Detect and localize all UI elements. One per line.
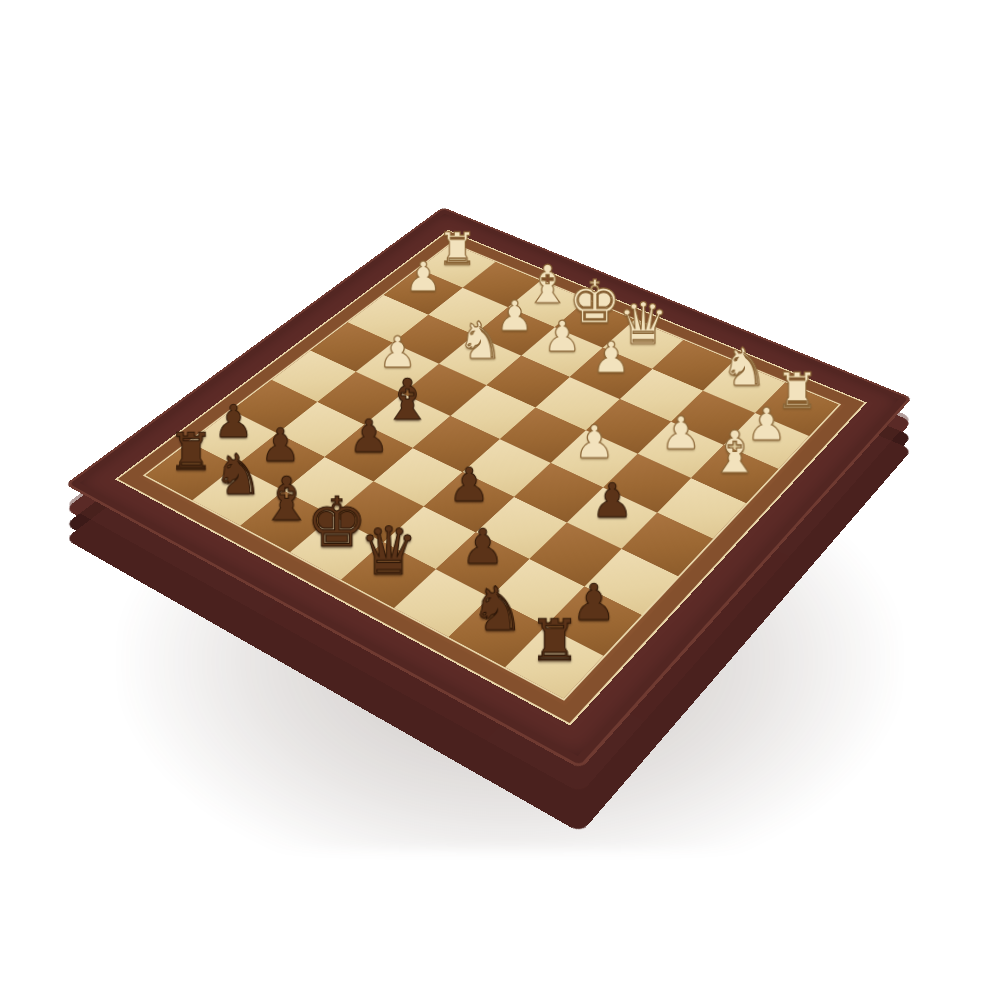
piece-white-pawn-c4[interactable]: ♟ (574, 419, 615, 465)
chess-set-photo: ♜♝♚♛♞♜♟♟♟♟♟♞♟♝♟♟♝♟♟♟♟♟♟♟♜♞♝♚♛♞♜ (0, 0, 1000, 1000)
piece-white-knight-b1[interactable]: ♞ (721, 342, 768, 394)
piece-white-pawn-h2[interactable]: ♟ (405, 256, 442, 297)
piece-black-bishop-f5[interactable]: ♝ (382, 372, 432, 428)
piece-black-pawn-b5[interactable]: ♟ (591, 477, 633, 524)
piece-black-pawn-g7[interactable]: ♟ (260, 422, 301, 468)
piece-black-pawn-d6[interactable]: ♟ (448, 461, 490, 508)
piece-black-knight-b8[interactable]: ♞ (470, 579, 524, 639)
piece-black-queen-d8[interactable]: ♛ (359, 518, 418, 584)
piece-black-rook-h8[interactable]: ♜ (168, 427, 214, 478)
piece-black-pawn-f6[interactable]: ♟ (349, 413, 390, 458)
piece-white-pawn-d2[interactable]: ♟ (592, 336, 631, 379)
piece-black-pawn-h7[interactable]: ♟ (213, 399, 253, 444)
piece-white-pawn-b3[interactable]: ♟ (661, 410, 702, 455)
piece-white-knight-f3[interactable]: ♞ (457, 316, 503, 367)
piece-black-pawn-c7[interactable]: ♟ (461, 522, 504, 571)
piece-white-pawn-e2[interactable]: ♟ (543, 315, 581, 358)
square-a4[interactable] (657, 478, 746, 539)
piece-white-bishop-a3[interactable]: ♝ (709, 423, 761, 481)
piece-black-knight-g8[interactable]: ♞ (213, 447, 263, 503)
piece-white-rook-h1[interactable]: ♜ (437, 227, 477, 272)
piece-black-rook-a8[interactable]: ♜ (529, 612, 580, 669)
